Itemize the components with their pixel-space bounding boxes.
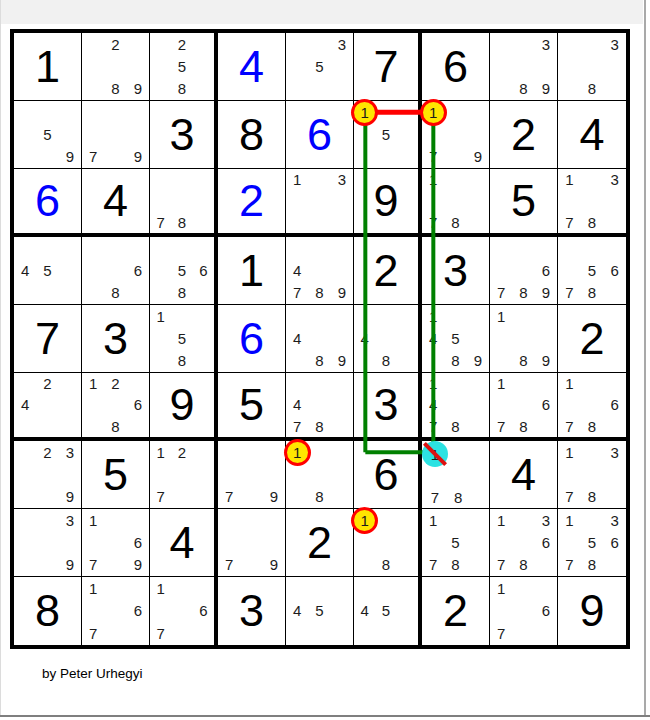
candidate-digit: 6 <box>134 535 142 550</box>
given-digit: 7 <box>14 305 81 372</box>
given-digit: 3 <box>82 305 149 372</box>
cell-r4c5[interactable]: 4789 <box>286 237 354 305</box>
cell-r1c7[interactable]: 6 <box>422 33 490 101</box>
cell-r9c8[interactable]: 167 <box>490 577 558 645</box>
cell-r9c4[interactable]: 3 <box>218 577 286 645</box>
candidate-digit: 9 <box>338 285 346 300</box>
cell-r2c6[interactable]: 15 <box>354 101 422 169</box>
cell-r5c3[interactable]: 158 <box>150 305 218 373</box>
candidate-digit: 4 <box>429 331 437 346</box>
pencil-marks: 167 <box>490 577 557 645</box>
pencil-marks: 13678 <box>490 509 557 576</box>
given-digit: 4 <box>82 169 149 233</box>
candidate-digit: 7 <box>431 490 439 505</box>
solved-digit: 2 <box>218 169 285 233</box>
cell-r8c4[interactable]: 79 <box>218 509 286 577</box>
candidate-digit: 8 <box>451 353 459 368</box>
cell-r5c4[interactable]: 6 <box>218 305 286 373</box>
candidate-digit: 6 <box>542 535 550 550</box>
pencil-marks: 18 <box>286 441 353 508</box>
pencil-marks: 258 <box>150 33 214 100</box>
pencil-marks: 1679 <box>82 509 149 576</box>
given-digit: 6 <box>422 33 489 100</box>
given-digit: 9 <box>150 373 214 437</box>
candidate-digit: 8 <box>111 419 119 434</box>
candidate-digit: 2 <box>111 376 119 391</box>
candidate-digit: 5 <box>451 535 459 550</box>
candidate-digit: 3 <box>66 445 74 460</box>
cell-r7c1[interactable]: 239 <box>14 441 82 509</box>
given-digit: 3 <box>422 237 489 304</box>
cell-r2c5[interactable]: 6 <box>286 101 354 169</box>
pencil-marks: 568 <box>150 237 214 304</box>
candidate-digit: 7 <box>565 489 573 504</box>
pencil-marks: 5678 <box>558 237 626 304</box>
cell-r6c5[interactable]: 478 <box>286 373 354 441</box>
candidate-digit: 1 <box>156 445 164 460</box>
cell-r1c4[interactable]: 4 <box>218 33 286 101</box>
cell-r5c6[interactable]: 48 <box>354 305 422 373</box>
cell-r7c7[interactable]: 178 <box>422 441 490 509</box>
cell-r3c6[interactable]: 9 <box>354 169 422 237</box>
pencil-marks: 79 <box>218 441 285 508</box>
candidate-digit: 2 <box>178 445 186 460</box>
chain-node-circle: 1 <box>354 102 375 123</box>
candidate-digit: 9 <box>474 149 482 164</box>
given-digit: 9 <box>558 577 626 645</box>
candidate-digit: 4 <box>293 263 301 278</box>
cell-r1c9[interactable]: 38 <box>558 33 626 101</box>
cell-r2c1[interactable]: 59 <box>14 101 82 169</box>
cell-r9c6[interactable]: 45 <box>354 577 422 645</box>
candidate-digit: 8 <box>588 285 596 300</box>
pencil-marks: 389 <box>490 33 557 100</box>
cell-r5c5[interactable]: 489 <box>286 305 354 373</box>
author-credit: by Peter Urhegyi <box>42 666 143 681</box>
window-right-border <box>644 0 646 716</box>
cell-r3c2[interactable]: 4 <box>82 169 150 237</box>
candidate-digit: 3 <box>610 445 618 460</box>
cell-r3c3[interactable]: 78 <box>150 169 218 237</box>
given-digit: 6 <box>354 441 418 508</box>
cell-r3c5[interactable]: 13 <box>286 169 354 237</box>
candidate-digit: 1 <box>497 513 505 528</box>
candidate-digit: 1 <box>497 309 505 324</box>
candidate-digit: 9 <box>270 557 278 572</box>
cell-r9c9[interactable]: 9 <box>558 577 626 645</box>
pencil-marks: 167 <box>82 577 149 645</box>
cell-r1c8[interactable]: 389 <box>490 33 558 101</box>
cell-r1c2[interactable]: 289 <box>82 33 150 101</box>
cell-r6c6[interactable]: 3 <box>354 373 422 441</box>
pencil-marks: 1378 <box>558 169 626 233</box>
candidate-digit: 5 <box>178 331 186 346</box>
candidate-digit: 5 <box>178 263 186 278</box>
cell-r8c9[interactable]: 135678 <box>558 509 626 577</box>
candidate-digit: 5 <box>315 603 323 618</box>
candidate-digit: 6 <box>134 603 142 618</box>
candidate-digit: 8 <box>111 81 119 96</box>
candidate-digit: 7 <box>89 149 97 164</box>
cell-r6c1[interactable]: 24 <box>14 373 82 441</box>
cell-r8c6[interactable]: 18 <box>354 509 422 577</box>
cell-r8c3[interactable]: 4 <box>150 509 218 577</box>
pencil-marks: 135678 <box>558 509 626 576</box>
candidate-digit: 9 <box>66 149 74 164</box>
cell-r4c2[interactable]: 68 <box>82 237 150 305</box>
cell-r4c7[interactable]: 3 <box>422 237 490 305</box>
cell-r2c7[interactable]: 179 <box>422 101 490 169</box>
candidate-digit: 7 <box>89 557 97 572</box>
candidate-digit: 7 <box>89 626 97 641</box>
candidate-digit: 6 <box>199 263 207 278</box>
candidate-digit: 7 <box>429 215 437 230</box>
cell-r6c4[interactable]: 5 <box>218 373 286 441</box>
cell-r4c9[interactable]: 5678 <box>558 237 626 305</box>
cell-r1c1[interactable]: 1 <box>14 33 82 101</box>
candidate-digit: 7 <box>497 285 505 300</box>
candidate-digit: 6 <box>134 397 142 412</box>
candidate-digit: 9 <box>542 81 550 96</box>
candidate-digit: 6 <box>199 603 207 618</box>
candidate-digit: 4 <box>21 397 29 412</box>
candidate-digit: 7 <box>225 489 233 504</box>
candidate-digit: 3 <box>542 37 550 52</box>
candidate-digit: 3 <box>338 172 346 187</box>
candidate-digit: 5 <box>43 263 51 278</box>
candidate-digit: 5 <box>382 127 390 142</box>
candidate-digit: 1 <box>429 513 437 528</box>
cell-r1c5[interactable]: 35 <box>286 33 354 101</box>
pencil-marks: 38 <box>558 33 626 100</box>
pencil-marks: 489 <box>286 305 353 372</box>
candidate-digit: 9 <box>270 489 278 504</box>
pencil-marks: 179 <box>422 101 489 168</box>
candidate-digit: 7 <box>497 419 505 434</box>
candidate-digit: 3 <box>338 37 346 52</box>
candidate-digit: 8 <box>519 353 527 368</box>
cell-r9c7[interactable]: 2 <box>422 577 490 645</box>
candidate-digit: 8 <box>451 557 459 572</box>
candidate-digit: 6 <box>134 263 142 278</box>
sudoku-grid: 1289258435763893859793861517924647821391… <box>14 33 626 645</box>
candidate-digit: 8 <box>519 81 527 96</box>
given-digit: 3 <box>354 373 418 437</box>
given-digit: 4 <box>558 101 626 168</box>
candidate-digit: 1 <box>156 581 164 596</box>
cell-r9c1[interactable]: 8 <box>14 577 82 645</box>
candidate-digit: 8 <box>178 81 186 96</box>
candidate-digit: 4 <box>293 603 301 618</box>
candidate-digit: 7 <box>293 285 301 300</box>
solved-digit: 4 <box>218 33 285 100</box>
candidate-digit: 9 <box>66 489 74 504</box>
pencil-marks: 39 <box>14 509 81 576</box>
given-digit: 2 <box>286 509 353 576</box>
given-digit: 2 <box>354 237 418 304</box>
candidate-digit: 8 <box>519 285 527 300</box>
candidate-digit: 4 <box>360 331 368 346</box>
window-left-border <box>0 0 1 716</box>
candidate-digit: 7 <box>156 626 164 641</box>
candidate-digit: 8 <box>111 285 119 300</box>
pencil-marks: 167 <box>150 577 214 645</box>
candidate-digit: 4 <box>21 263 29 278</box>
pencil-marks: 158 <box>150 305 214 372</box>
candidate-digit: 5 <box>315 59 323 74</box>
candidate-digit: 2 <box>43 376 51 391</box>
candidate-digit: 9 <box>66 557 74 572</box>
given-digit: 7 <box>354 33 418 100</box>
candidate-digit: 3 <box>610 513 618 528</box>
cell-r2c9[interactable]: 4 <box>558 101 626 169</box>
candidate-digit: 4 <box>293 397 301 412</box>
cell-r5c8[interactable]: 189 <box>490 305 558 373</box>
cell-r6c8[interactable]: 1678 <box>490 373 558 441</box>
pencil-marks: 18 <box>354 509 418 576</box>
cell-r7c4[interactable]: 79 <box>218 441 286 509</box>
candidate-digit: 7 <box>429 557 437 572</box>
given-digit: 1 <box>14 33 81 100</box>
elimination-circle: 1 <box>422 441 448 467</box>
candidate-digit: 8 <box>451 215 459 230</box>
pencil-marks: 68 <box>82 237 149 304</box>
cell-r7c9[interactable]: 1378 <box>558 441 626 509</box>
candidate-digit: 1 <box>89 581 97 596</box>
pencil-marks: 289 <box>82 33 149 100</box>
given-digit: 1 <box>218 237 285 304</box>
pencil-marks: 189 <box>490 305 557 372</box>
given-digit: 3 <box>218 577 285 645</box>
sudoku-board: 1289258435763893859793861517924647821391… <box>10 29 630 649</box>
pencil-marks: 1678 <box>490 373 557 437</box>
chain-node-circle: 1 <box>287 442 308 463</box>
cell-r4c6[interactable]: 2 <box>354 237 422 305</box>
pencil-marks: 45 <box>14 237 81 304</box>
cell-r4c1[interactable]: 45 <box>14 237 82 305</box>
candidate-digit: 4 <box>429 397 437 412</box>
cell-r7c6[interactable]: 6 <box>354 441 422 509</box>
candidate-digit: 1 <box>429 376 437 391</box>
candidate-digit: 9 <box>542 285 550 300</box>
candidate-digit: 8 <box>519 557 527 572</box>
candidate-digit: 3 <box>66 513 74 528</box>
candidate-digit: 6 <box>610 263 618 278</box>
solved-digit: 6 <box>286 101 353 168</box>
candidate-digit: 7 <box>565 557 573 572</box>
given-digit: 9 <box>354 169 418 233</box>
candidate-digit: 1 <box>497 581 505 596</box>
cell-r8c1[interactable]: 39 <box>14 509 82 577</box>
given-digit: 3 <box>150 101 214 168</box>
given-digit: 8 <box>14 577 81 645</box>
chain-node-circle: 1 <box>354 510 375 531</box>
pencil-marks: 4789 <box>286 237 353 304</box>
cell-r8c8[interactable]: 13678 <box>490 509 558 577</box>
pencil-marks: 79 <box>82 101 149 168</box>
candidate-digit: 8 <box>588 489 596 504</box>
cell-r8c7[interactable]: 1578 <box>422 509 490 577</box>
pencil-marks: 45 <box>354 577 418 645</box>
cell-r2c4[interactable]: 8 <box>218 101 286 169</box>
candidate-digit: 4 <box>360 603 368 618</box>
cell-r5c9[interactable]: 2 <box>558 305 626 373</box>
candidate-digit: 5 <box>451 331 459 346</box>
candidate-digit: 8 <box>315 489 323 504</box>
candidate-digit: 2 <box>43 445 51 460</box>
candidate-digit: 8 <box>588 419 596 434</box>
candidate-digit: 1 <box>89 513 97 528</box>
candidate-digit: 8 <box>178 353 186 368</box>
candidate-digit: 5 <box>382 603 390 618</box>
candidate-digit: 3 <box>610 37 618 52</box>
candidate-digit: 2 <box>178 37 186 52</box>
cell-r7c8[interactable]: 4 <box>490 441 558 509</box>
candidate-digit: 9 <box>474 353 482 368</box>
cell-r3c4[interactable]: 2 <box>218 169 286 237</box>
candidate-digit: 8 <box>315 419 323 434</box>
candidate-digit: 7 <box>497 557 505 572</box>
candidate-digit: 7 <box>156 489 164 504</box>
pencil-marks: 1378 <box>558 441 626 508</box>
candidate-digit: 7 <box>565 215 573 230</box>
candidate-digit: 5 <box>43 127 51 142</box>
given-digit: 5 <box>218 373 285 437</box>
candidate-digit: 7 <box>429 149 437 164</box>
solved-digit: 6 <box>218 305 285 372</box>
candidate-digit: 5 <box>588 535 596 550</box>
candidate-digit: 3 <box>610 172 618 187</box>
pencil-marks: 24 <box>14 373 81 437</box>
candidate-digit: 7 <box>156 215 164 230</box>
pencil-marks: 35 <box>286 33 353 100</box>
cell-r9c5[interactable]: 45 <box>286 577 354 645</box>
candidate-digit: 8 <box>315 285 323 300</box>
cell-r5c1[interactable]: 7 <box>14 305 82 373</box>
cell-r7c5[interactable]: 18 <box>286 441 354 509</box>
given-digit: 2 <box>422 577 489 645</box>
cell-r9c2[interactable]: 167 <box>82 577 150 645</box>
candidate-digit: 1 <box>497 376 505 391</box>
candidate-digit: 1 <box>156 309 164 324</box>
pencil-marks: 15 <box>354 101 418 168</box>
pencil-marks: 6789 <box>490 237 557 304</box>
candidate-digit: 5 <box>588 263 596 278</box>
cell-r8c5[interactable]: 2 <box>286 509 354 577</box>
cell-r2c3[interactable]: 3 <box>150 101 218 169</box>
cell-r6c9[interactable]: 1678 <box>558 373 626 441</box>
cell-r8c2[interactable]: 1679 <box>82 509 150 577</box>
candidate-digit: 9 <box>338 353 346 368</box>
pencil-marks: 59 <box>14 101 81 168</box>
cell-r3c8[interactable]: 5 <box>490 169 558 237</box>
cell-r4c3[interactable]: 568 <box>150 237 218 305</box>
candidate-digit: 1 <box>565 172 573 187</box>
cell-r3c9[interactable]: 1378 <box>558 169 626 237</box>
candidate-digit: 4 <box>293 331 301 346</box>
candidate-digit: 9 <box>134 149 142 164</box>
cell-r3c7[interactable]: 178 <box>422 169 490 237</box>
candidate-digit: 9 <box>134 557 142 572</box>
candidate-digit: 8 <box>519 419 527 434</box>
candidate-digit: 8 <box>588 557 596 572</box>
pencil-marks: 13 <box>286 169 353 233</box>
candidate-digit: 8 <box>178 215 186 230</box>
given-digit: 5 <box>490 169 557 233</box>
candidate-digit: 1 <box>565 376 573 391</box>
pencil-marks: 478 <box>286 373 353 437</box>
cell-r1c3[interactable]: 258 <box>150 33 218 101</box>
pencil-marks: 45 <box>286 577 353 645</box>
cell-r4c4[interactable]: 1 <box>218 237 286 305</box>
given-digit: 5 <box>82 441 149 508</box>
candidate-digit: 1 <box>565 445 573 460</box>
given-digit: 2 <box>490 101 557 168</box>
pencil-marks: 79 <box>218 509 285 576</box>
candidate-digit: 9 <box>542 353 550 368</box>
cell-r7c3[interactable]: 127 <box>150 441 218 509</box>
candidate-digit: 8 <box>588 81 596 96</box>
cell-r5c2[interactable]: 3 <box>82 305 150 373</box>
solved-digit: 6 <box>14 169 81 233</box>
candidate-digit: 1 <box>89 376 97 391</box>
candidate-digit: 2 <box>111 37 119 52</box>
pencil-marks: 1678 <box>558 373 626 437</box>
cell-r2c2[interactable]: 79 <box>82 101 150 169</box>
given-digit: 4 <box>150 509 214 576</box>
cell-r6c7[interactable]: 1478 <box>422 373 490 441</box>
candidate-digit: 7 <box>565 419 573 434</box>
candidate-digit: 1 <box>565 513 573 528</box>
cell-r7c2[interactable]: 5 <box>82 441 150 509</box>
given-digit: 2 <box>558 305 626 372</box>
candidate-digit: 6 <box>542 603 550 618</box>
pencil-marks: 48 <box>354 305 418 372</box>
pencil-marks: 1578 <box>422 509 489 576</box>
cell-r2c8[interactable]: 2 <box>490 101 558 169</box>
pencil-marks: 239 <box>14 441 81 508</box>
cell-r4c8[interactable]: 6789 <box>490 237 558 305</box>
candidate-digit: 1 <box>293 172 301 187</box>
pencil-marks: 78 <box>150 169 214 233</box>
candidate-digit: 3 <box>542 513 550 528</box>
cell-r9c3[interactable]: 167 <box>150 577 218 645</box>
candidate-digit: 6 <box>542 263 550 278</box>
candidate-digit: 7 <box>225 557 233 572</box>
chain-node-circle: 1 <box>423 102 444 123</box>
candidate-digit: 8 <box>382 353 390 368</box>
cell-r6c2[interactable]: 1268 <box>82 373 150 441</box>
candidate-digit: 1 <box>429 309 437 324</box>
cell-r3c1[interactable]: 6 <box>14 169 82 237</box>
candidate-digit: 6 <box>542 397 550 412</box>
candidate-digit: 7 <box>293 419 301 434</box>
pencil-marks: 178 <box>422 169 489 233</box>
candidate-digit: 8 <box>315 353 323 368</box>
pencil-marks: 14589 <box>422 305 489 372</box>
pencil-marks: 1478 <box>422 373 489 437</box>
candidate-digit: 8 <box>382 557 390 572</box>
given-digit: 8 <box>218 101 285 168</box>
candidate-digit: 8 <box>588 215 596 230</box>
candidate-digit: 8 <box>454 490 462 505</box>
cell-r5c7[interactable]: 14589 <box>422 305 490 373</box>
given-digit: 4 <box>490 441 557 508</box>
cell-r1c6[interactable]: 7 <box>354 33 422 101</box>
candidate-digit: 7 <box>497 626 505 641</box>
cell-r6c3[interactable]: 9 <box>150 373 218 441</box>
candidate-digit: 6 <box>610 397 618 412</box>
